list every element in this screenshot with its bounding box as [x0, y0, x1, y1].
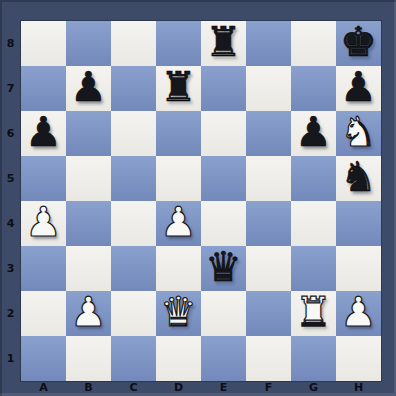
black-pawn-b7[interactable]: ♟: [70, 65, 107, 110]
black-knight-h5[interactable]: ♞: [340, 155, 377, 200]
square-g2[interactable]: ♜: [291, 291, 336, 336]
square-f5[interactable]: [246, 156, 291, 201]
square-e1[interactable]: [201, 336, 246, 381]
rank-label-7: 7: [0, 66, 21, 111]
square-a6[interactable]: ♟: [21, 111, 66, 156]
square-f8[interactable]: [246, 21, 291, 66]
square-f1[interactable]: [246, 336, 291, 381]
file-label-h: H: [336, 381, 381, 396]
square-d7[interactable]: ♜: [156, 66, 201, 111]
black-rook-e8[interactable]: ♜: [205, 20, 242, 65]
rank-label-8: 8: [0, 21, 21, 66]
square-a5[interactable]: [21, 156, 66, 201]
square-d4[interactable]: ♟: [156, 201, 201, 246]
white-pawn-b2[interactable]: ♟: [70, 290, 107, 335]
square-e8[interactable]: ♜: [201, 21, 246, 66]
square-g5[interactable]: [291, 156, 336, 201]
square-h8[interactable]: ♚: [336, 21, 381, 66]
square-d3[interactable]: [156, 246, 201, 291]
square-a3[interactable]: [21, 246, 66, 291]
white-pawn-d4[interactable]: ♟: [160, 200, 197, 245]
square-f6[interactable]: [246, 111, 291, 156]
square-c7[interactable]: [111, 66, 156, 111]
square-c3[interactable]: [111, 246, 156, 291]
square-b6[interactable]: [66, 111, 111, 156]
square-d6[interactable]: [156, 111, 201, 156]
rank-labels: 87654321: [0, 21, 21, 381]
square-c4[interactable]: [111, 201, 156, 246]
square-h5[interactable]: ♞: [336, 156, 381, 201]
square-e5[interactable]: [201, 156, 246, 201]
square-h2[interactable]: ♟: [336, 291, 381, 336]
file-labels: ABCDEFGH: [21, 381, 381, 396]
white-rook-g2[interactable]: ♜: [295, 290, 332, 335]
square-b7[interactable]: ♟: [66, 66, 111, 111]
square-g1[interactable]: [291, 336, 336, 381]
rank-label-4: 4: [0, 201, 21, 246]
rank-label-2: 2: [0, 291, 21, 336]
square-h4[interactable]: [336, 201, 381, 246]
rank-label-6: 6: [0, 111, 21, 156]
square-h6[interactable]: ♞: [336, 111, 381, 156]
square-c2[interactable]: [111, 291, 156, 336]
square-e2[interactable]: [201, 291, 246, 336]
square-b8[interactable]: [66, 21, 111, 66]
file-label-a: A: [21, 381, 66, 396]
file-label-b: B: [66, 381, 111, 396]
square-b2[interactable]: ♟: [66, 291, 111, 336]
square-e7[interactable]: [201, 66, 246, 111]
square-f4[interactable]: [246, 201, 291, 246]
square-d5[interactable]: [156, 156, 201, 201]
square-g4[interactable]: [291, 201, 336, 246]
file-label-c: C: [111, 381, 156, 396]
square-g3[interactable]: [291, 246, 336, 291]
board: ♜♚♟♜♟♟♟♞♞♟♟♛♟♛♜♟: [21, 21, 381, 381]
white-queen-d2[interactable]: ♛: [160, 290, 197, 335]
black-rook-d7[interactable]: ♜: [160, 65, 197, 110]
square-g8[interactable]: [291, 21, 336, 66]
square-a7[interactable]: [21, 66, 66, 111]
square-c5[interactable]: [111, 156, 156, 201]
white-pawn-a4[interactable]: ♟: [25, 200, 62, 245]
square-f2[interactable]: [246, 291, 291, 336]
white-pawn-h2[interactable]: ♟: [340, 290, 377, 335]
black-queen-e3[interactable]: ♛: [205, 245, 242, 290]
square-e6[interactable]: [201, 111, 246, 156]
rank-label-5: 5: [0, 156, 21, 201]
square-c6[interactable]: [111, 111, 156, 156]
rank-label-1: 1: [0, 336, 21, 381]
square-b4[interactable]: [66, 201, 111, 246]
square-g6[interactable]: ♟: [291, 111, 336, 156]
file-label-f: F: [246, 381, 291, 396]
square-f3[interactable]: [246, 246, 291, 291]
square-g7[interactable]: [291, 66, 336, 111]
white-knight-h6[interactable]: ♞: [340, 110, 377, 155]
black-pawn-a6[interactable]: ♟: [25, 110, 62, 155]
square-c1[interactable]: [111, 336, 156, 381]
file-label-g: G: [291, 381, 336, 396]
square-a2[interactable]: [21, 291, 66, 336]
square-d8[interactable]: [156, 21, 201, 66]
square-a4[interactable]: ♟: [21, 201, 66, 246]
rank-label-3: 3: [0, 246, 21, 291]
square-b1[interactable]: [66, 336, 111, 381]
square-f7[interactable]: [246, 66, 291, 111]
black-king-h8[interactable]: ♚: [340, 20, 377, 65]
square-h1[interactable]: [336, 336, 381, 381]
chess-board-frame: 87654321 ♜♚♟♜♟♟♟♞♞♟♟♛♟♛♜♟ ABCDEFGH: [0, 0, 396, 396]
square-d2[interactable]: ♛: [156, 291, 201, 336]
square-b5[interactable]: [66, 156, 111, 201]
square-a8[interactable]: [21, 21, 66, 66]
file-label-e: E: [201, 381, 246, 396]
square-e3[interactable]: ♛: [201, 246, 246, 291]
black-pawn-h7[interactable]: ♟: [340, 65, 377, 110]
square-a1[interactable]: [21, 336, 66, 381]
square-b3[interactable]: [66, 246, 111, 291]
square-d1[interactable]: [156, 336, 201, 381]
square-h3[interactable]: [336, 246, 381, 291]
square-c8[interactable]: [111, 21, 156, 66]
square-h7[interactable]: ♟: [336, 66, 381, 111]
square-e4[interactable]: [201, 201, 246, 246]
file-label-d: D: [156, 381, 201, 396]
black-pawn-g6[interactable]: ♟: [295, 110, 332, 155]
